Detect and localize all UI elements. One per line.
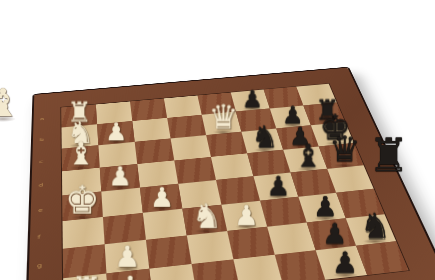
black-knight-g8[interactable]: ♞	[360, 209, 391, 244]
captured-white-bishop[interactable]: ♝	[0, 84, 20, 122]
white-pawn-d2[interactable]: ♟	[109, 163, 133, 189]
white-pawn-g2[interactable]: ♟	[115, 242, 141, 271]
square-c6[interactable]: ♞	[241, 129, 283, 154]
file-label-c: c	[39, 150, 44, 173]
black-pawn-g7[interactable]: ♟	[322, 220, 347, 248]
white-pawn-f5[interactable]: ♟	[234, 201, 259, 229]
square-f5[interactable]: ♟	[221, 201, 267, 231]
white-pawn-b2[interactable]: ♟	[105, 119, 127, 144]
square-c4[interactable]	[171, 135, 211, 160]
file-label-e: e	[38, 197, 43, 223]
black-queen-d8[interactable]: ♛	[329, 132, 361, 167]
white-rook-h1[interactable]: ♜	[70, 272, 101, 280]
square-h4[interactable]	[192, 259, 240, 280]
black-pawn-a6[interactable]: ♟	[242, 87, 263, 110]
square-f4[interactable]: ♞	[182, 205, 227, 236]
black-pawn-h7[interactable]: ♟	[332, 248, 358, 277]
file-coordinates: abcdefgh	[36, 109, 44, 280]
black-pawn-f7[interactable]: ♟	[313, 193, 338, 220]
black-knight-c6[interactable]: ♞	[251, 121, 279, 152]
white-queen-b5[interactable]: ♛	[208, 100, 238, 134]
file-label-d: d	[38, 173, 43, 198]
board-scene: ♜♟♞♟♛♟♜♝♞♟♚♟♝♛♚♟♟♞♟♟♟♟♞♜♟♟ 12345678 abcd…	[14, 0, 421, 280]
square-d4[interactable]	[174, 157, 216, 184]
white-pawn-e3[interactable]: ♟	[150, 184, 174, 211]
file-label-a: a	[40, 109, 45, 129]
square-c1[interactable]: ♝	[62, 145, 100, 171]
file-label-f: f	[37, 223, 42, 251]
black-bishop-d7[interactable]: ♝	[294, 140, 322, 172]
square-e8[interactable]	[327, 165, 373, 193]
white-bishop-c1[interactable]: ♝	[67, 138, 95, 169]
black-pawn-e6[interactable]: ♟	[267, 172, 291, 199]
square-g5[interactable]	[227, 227, 275, 260]
board-grid: ♜♟♞♟♛♟♜♝♞♟♚♟♝♛♚♟♟♞♟♟♟♟♞♜♟♟	[61, 84, 408, 280]
white-pawn-h2[interactable]: ♟	[117, 272, 144, 280]
white-king-e1[interactable]: ♚	[65, 181, 100, 220]
white-knight-f4[interactable]: ♞	[191, 199, 222, 233]
square-h1[interactable]: ♜	[63, 273, 108, 280]
product-photo-page: { "game": "chess", "scene_description": …	[0, 0, 435, 280]
square-f3[interactable]	[143, 209, 187, 240]
square-d5[interactable]	[211, 153, 254, 180]
square-g4[interactable]	[187, 231, 234, 264]
file-label-b: b	[39, 129, 44, 151]
file-label-g: g	[37, 251, 43, 280]
captured-black-rook[interactable]: ♜	[368, 132, 409, 178]
